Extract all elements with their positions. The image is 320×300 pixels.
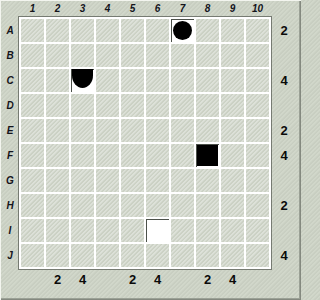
col-clue-8: 2 (195, 271, 220, 288)
cell-D1[interactable] (21, 94, 44, 117)
row-labels: ABCDEFGHIJ (2, 18, 18, 268)
cell-D9[interactable] (221, 94, 244, 117)
row-clue-J: 4 (274, 243, 294, 268)
cell-J9[interactable] (221, 244, 244, 267)
row-label-A: A (2, 18, 18, 43)
cell-A3[interactable] (71, 19, 94, 42)
cell-G9[interactable] (221, 169, 244, 192)
cell-D7[interactable] (171, 94, 194, 117)
cell-B6[interactable] (146, 44, 169, 67)
cell-B5[interactable] (121, 44, 144, 67)
col-header-3: 3 (70, 2, 95, 16)
cell-I8[interactable] (196, 219, 219, 242)
cell-I3[interactable] (71, 219, 94, 242)
cell-B1[interactable] (21, 44, 44, 67)
col-clue-2: 2 (45, 271, 70, 288)
cell-H3[interactable] (71, 194, 94, 217)
cell-G10[interactable] (246, 169, 269, 192)
cell-A10[interactable] (246, 19, 269, 42)
cell-F9[interactable] (221, 144, 244, 167)
cell-B3[interactable] (71, 44, 94, 67)
cell-E8[interactable] (196, 119, 219, 142)
cell-A7[interactable] (171, 19, 194, 42)
row-label-C: C (2, 68, 18, 93)
cell-I7[interactable] (171, 219, 194, 242)
cell-C4[interactable] (96, 69, 119, 92)
row-clues: 242424 (274, 18, 294, 268)
cell-B4[interactable] (96, 44, 119, 67)
cell-A1[interactable] (21, 19, 44, 42)
cell-H10[interactable] (246, 194, 269, 217)
cell-F5[interactable] (121, 144, 144, 167)
cell-J7[interactable] (171, 244, 194, 267)
cell-C2[interactable] (46, 69, 69, 92)
cell-E9[interactable] (221, 119, 244, 142)
cell-H1[interactable] (21, 194, 44, 217)
cell-J3[interactable] (71, 244, 94, 267)
row-clue-C: 4 (274, 68, 294, 93)
cell-C6[interactable] (146, 69, 169, 92)
cell-F2[interactable] (46, 144, 69, 167)
cell-C7[interactable] (171, 69, 194, 92)
cell-D3[interactable] (71, 94, 94, 117)
cell-A6[interactable] (146, 19, 169, 42)
cell-E4[interactable] (96, 119, 119, 142)
cell-D2[interactable] (46, 94, 69, 117)
cell-G7[interactable] (171, 169, 194, 192)
cell-G8[interactable] (196, 169, 219, 192)
cell-H9[interactable] (221, 194, 244, 217)
cell-H5[interactable] (121, 194, 144, 217)
cell-C1[interactable] (21, 69, 44, 92)
cell-F1[interactable] (21, 144, 44, 167)
cell-J6[interactable] (146, 244, 169, 267)
col-clue-4 (95, 271, 120, 288)
cell-J2[interactable] (46, 244, 69, 267)
cell-F10[interactable] (246, 144, 269, 167)
cell-B2[interactable] (46, 44, 69, 67)
cell-D6[interactable] (146, 94, 169, 117)
col-header-8: 8 (195, 2, 220, 16)
cell-J5[interactable] (121, 244, 144, 267)
puzzle-board (18, 16, 272, 270)
row-clue-H: 2 (274, 193, 294, 218)
col-header-2: 2 (45, 2, 70, 16)
cell-G6[interactable] (146, 169, 169, 192)
cell-G5[interactable] (121, 169, 144, 192)
cell-B8[interactable] (196, 44, 219, 67)
cell-F8[interactable] (196, 144, 219, 167)
cell-D5[interactable] (121, 94, 144, 117)
cell-A8[interactable] (196, 19, 219, 42)
cell-I1[interactable] (21, 219, 44, 242)
cell-I9[interactable] (221, 219, 244, 242)
cell-I2[interactable] (46, 219, 69, 242)
cell-C3[interactable] (71, 69, 94, 92)
cell-D10[interactable] (246, 94, 269, 117)
row-label-B: B (2, 43, 18, 68)
col-clue-5: 2 (120, 271, 145, 288)
col-header-4: 4 (95, 2, 120, 16)
row-label-I: I (2, 218, 18, 243)
cell-C9[interactable] (221, 69, 244, 92)
col-header-1: 1 (20, 2, 45, 16)
row-label-E: E (2, 118, 18, 143)
col-clue-1 (20, 271, 45, 288)
cell-J4[interactable] (96, 244, 119, 267)
row-clue-I (274, 218, 294, 243)
cell-C5[interactable] (121, 69, 144, 92)
cell-I4[interactable] (96, 219, 119, 242)
ship-end-bottom-icon (72, 69, 93, 88)
cell-A2[interactable] (46, 19, 69, 42)
cell-E10[interactable] (246, 119, 269, 142)
col-clue-6: 4 (145, 271, 170, 288)
col-clue-7 (170, 271, 195, 288)
cell-F3[interactable] (71, 144, 94, 167)
cell-B9[interactable] (221, 44, 244, 67)
cell-I5[interactable] (121, 219, 144, 242)
cell-E6[interactable] (146, 119, 169, 142)
row-clue-E: 2 (274, 118, 294, 143)
row-clue-F: 4 (274, 143, 294, 168)
cell-G1[interactable] (21, 169, 44, 192)
cell-F7[interactable] (171, 144, 194, 167)
cell-G3[interactable] (71, 169, 94, 192)
cell-E5[interactable] (121, 119, 144, 142)
cell-C10[interactable] (246, 69, 269, 92)
cell-H2[interactable] (46, 194, 69, 217)
row-label-H: H (2, 193, 18, 218)
cell-J10[interactable] (246, 244, 269, 267)
column-headers: 12345678910 (20, 2, 270, 16)
col-clue-9: 4 (220, 271, 245, 288)
cell-A4[interactable] (96, 19, 119, 42)
col-header-7: 7 (170, 2, 195, 16)
cell-F4[interactable] (96, 144, 119, 167)
cell-C8[interactable] (196, 69, 219, 92)
cell-F6[interactable] (146, 144, 169, 167)
cell-A5[interactable] (121, 19, 144, 42)
col-header-5: 5 (120, 2, 145, 16)
cell-B7[interactable] (171, 44, 194, 67)
ship-submarine-icon (173, 21, 192, 40)
cell-A9[interactable] (221, 19, 244, 42)
row-clue-G (274, 168, 294, 193)
cell-D4[interactable] (96, 94, 119, 117)
cell-G2[interactable] (46, 169, 69, 192)
col-clue-3: 4 (70, 271, 95, 288)
cell-J1[interactable] (21, 244, 44, 267)
column-clues: 242424 (20, 271, 270, 288)
cell-H6[interactable] (146, 194, 169, 217)
cell-I6[interactable] (146, 219, 169, 242)
cell-E1[interactable] (21, 119, 44, 142)
row-label-J: J (2, 243, 18, 268)
col-header-9: 9 (220, 2, 245, 16)
cell-H4[interactable] (96, 194, 119, 217)
cell-G4[interactable] (96, 169, 119, 192)
ship-middle-icon (197, 145, 218, 166)
cell-H8[interactable] (196, 194, 219, 217)
row-clue-A: 2 (274, 18, 294, 43)
cell-E7[interactable] (171, 119, 194, 142)
col-header-6: 6 (145, 2, 170, 16)
col-header-10: 10 (245, 2, 270, 16)
row-label-F: F (2, 143, 18, 168)
cell-I10[interactable] (246, 219, 269, 242)
cell-D8[interactable] (196, 94, 219, 117)
row-clue-D (274, 93, 294, 118)
cell-B10[interactable] (246, 44, 269, 67)
cell-E3[interactable] (71, 119, 94, 142)
row-label-G: G (2, 168, 18, 193)
cell-H7[interactable] (171, 194, 194, 217)
row-label-D: D (2, 93, 18, 118)
cell-J8[interactable] (196, 244, 219, 267)
row-clue-B (274, 43, 294, 68)
col-clue-10 (245, 271, 270, 288)
cell-E2[interactable] (46, 119, 69, 142)
